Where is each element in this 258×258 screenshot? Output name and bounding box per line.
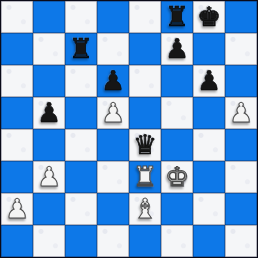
square-d3[interactable] <box>97 161 129 193</box>
square-c8[interactable] <box>65 1 97 33</box>
square-e8[interactable] <box>129 1 161 33</box>
square-a1[interactable] <box>1 225 33 257</box>
square-a8[interactable] <box>1 1 33 33</box>
square-h3[interactable] <box>225 161 257 193</box>
white-pawn-piece[interactable]: ♟ <box>37 161 61 193</box>
square-a2[interactable]: ♟ <box>1 193 33 225</box>
square-h1[interactable] <box>225 225 257 257</box>
square-c6[interactable] <box>65 65 97 97</box>
white-king-piece[interactable]: ♚ <box>165 161 189 193</box>
square-f5[interactable] <box>161 97 193 129</box>
chess-board: ♜♚♜♟♟♟♟♟♟♛♟♜♚♟♝ <box>0 0 258 258</box>
square-h7[interactable] <box>225 33 257 65</box>
square-c3[interactable] <box>65 161 97 193</box>
square-d1[interactable] <box>97 225 129 257</box>
square-h8[interactable] <box>225 1 257 33</box>
black-pawn-piece[interactable]: ♟ <box>165 33 189 65</box>
white-rook-piece[interactable]: ♜ <box>133 161 157 193</box>
square-a4[interactable] <box>1 129 33 161</box>
black-king-piece[interactable]: ♚ <box>197 1 221 33</box>
square-c7[interactable]: ♜ <box>65 33 97 65</box>
square-b6[interactable] <box>33 65 65 97</box>
white-pawn-piece[interactable]: ♟ <box>101 97 125 129</box>
square-a5[interactable] <box>1 97 33 129</box>
square-d5[interactable]: ♟ <box>97 97 129 129</box>
square-e5[interactable] <box>129 97 161 129</box>
square-g6[interactable]: ♟ <box>193 65 225 97</box>
square-f2[interactable] <box>161 193 193 225</box>
square-g7[interactable] <box>193 33 225 65</box>
square-c5[interactable] <box>65 97 97 129</box>
square-c1[interactable] <box>65 225 97 257</box>
square-g1[interactable] <box>193 225 225 257</box>
square-d7[interactable] <box>97 33 129 65</box>
black-rook-piece[interactable]: ♜ <box>165 1 189 33</box>
black-rook-piece[interactable]: ♜ <box>69 33 93 65</box>
square-e7[interactable] <box>129 33 161 65</box>
square-h2[interactable] <box>225 193 257 225</box>
square-f8[interactable]: ♜ <box>161 1 193 33</box>
square-b2[interactable] <box>33 193 65 225</box>
square-b3[interactable]: ♟ <box>33 161 65 193</box>
black-pawn-piece[interactable]: ♟ <box>37 97 61 129</box>
square-b1[interactable] <box>33 225 65 257</box>
square-e4[interactable]: ♛ <box>129 129 161 161</box>
square-e6[interactable] <box>129 65 161 97</box>
square-e1[interactable] <box>129 225 161 257</box>
square-a3[interactable] <box>1 161 33 193</box>
white-pawn-piece[interactable]: ♟ <box>229 97 253 129</box>
square-d8[interactable] <box>97 1 129 33</box>
square-g5[interactable] <box>193 97 225 129</box>
square-h5[interactable]: ♟ <box>225 97 257 129</box>
square-d2[interactable] <box>97 193 129 225</box>
square-c4[interactable] <box>65 129 97 161</box>
square-b7[interactable] <box>33 33 65 65</box>
chess-board-container: ♜♚♜♟♟♟♟♟♟♛♟♜♚♟♝ <box>0 0 258 258</box>
square-b4[interactable] <box>33 129 65 161</box>
square-f6[interactable] <box>161 65 193 97</box>
square-f3[interactable]: ♚ <box>161 161 193 193</box>
square-d6[interactable]: ♟ <box>97 65 129 97</box>
square-a7[interactable] <box>1 33 33 65</box>
square-d4[interactable] <box>97 129 129 161</box>
square-b5[interactable]: ♟ <box>33 97 65 129</box>
square-b8[interactable] <box>33 1 65 33</box>
square-a6[interactable] <box>1 65 33 97</box>
square-e3[interactable]: ♜ <box>129 161 161 193</box>
square-g8[interactable]: ♚ <box>193 1 225 33</box>
square-f1[interactable] <box>161 225 193 257</box>
white-bishop-piece[interactable]: ♝ <box>133 193 157 225</box>
square-h6[interactable] <box>225 65 257 97</box>
black-queen-piece[interactable]: ♛ <box>133 129 157 161</box>
square-g2[interactable] <box>193 193 225 225</box>
square-f4[interactable] <box>161 129 193 161</box>
square-f7[interactable]: ♟ <box>161 33 193 65</box>
square-g3[interactable] <box>193 161 225 193</box>
square-c2[interactable] <box>65 193 97 225</box>
black-pawn-piece[interactable]: ♟ <box>197 65 221 97</box>
black-pawn-piece[interactable]: ♟ <box>101 65 125 97</box>
square-g4[interactable] <box>193 129 225 161</box>
square-e2[interactable]: ♝ <box>129 193 161 225</box>
square-h4[interactable] <box>225 129 257 161</box>
white-pawn-piece[interactable]: ♟ <box>5 193 29 225</box>
